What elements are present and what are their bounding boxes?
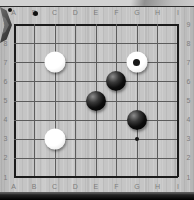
coord-top-G: G bbox=[131, 8, 143, 17]
grid-line bbox=[14, 176, 179, 178]
coord-left-4: 4 bbox=[1, 115, 10, 124]
coord-right-5: 5 bbox=[184, 96, 193, 105]
coord-right-1: 1 bbox=[184, 173, 193, 182]
coord-top-H: H bbox=[151, 8, 163, 17]
coord-left-7: 7 bbox=[1, 58, 10, 67]
grid-line bbox=[14, 158, 179, 159]
coord-bottom-A: A bbox=[8, 182, 20, 191]
coord-left-3: 3 bbox=[1, 134, 10, 143]
grid-line bbox=[157, 24, 158, 177]
stone-white-C3[interactable] bbox=[44, 128, 65, 149]
coord-top-I: I bbox=[172, 8, 184, 17]
coord-right-3: 3 bbox=[184, 134, 193, 143]
coord-bottom-B: B bbox=[28, 182, 40, 191]
coord-left-5: 5 bbox=[1, 96, 10, 105]
stone-white-C7[interactable] bbox=[44, 52, 65, 73]
coord-right-7: 7 bbox=[184, 58, 193, 67]
stone-black-F6[interactable] bbox=[106, 71, 126, 91]
coord-left-1: 1 bbox=[1, 173, 10, 182]
bottom-bar bbox=[0, 192, 194, 200]
stone-black-E5[interactable] bbox=[86, 91, 106, 111]
star-point-G3 bbox=[135, 137, 139, 141]
coord-bottom-I: I bbox=[172, 182, 184, 191]
coord-bottom-E: E bbox=[90, 182, 102, 191]
top-margin bbox=[0, 0, 194, 7]
coord-bottom-G: G bbox=[131, 182, 143, 191]
background-sheen bbox=[104, 0, 194, 6]
coord-bottom-D: D bbox=[69, 182, 81, 191]
coord-right-6: 6 bbox=[184, 77, 193, 86]
stone-white-G7[interactable] bbox=[126, 52, 147, 73]
coord-left-2: 2 bbox=[1, 153, 10, 162]
corner-dot-icon bbox=[33, 11, 38, 16]
grid-line bbox=[137, 24, 138, 177]
coord-bottom-H: H bbox=[151, 182, 163, 191]
coord-right-8: 8 bbox=[184, 39, 193, 48]
coord-bottom-C: C bbox=[49, 182, 61, 191]
grid-line bbox=[14, 120, 179, 121]
coord-bottom-F: F bbox=[110, 182, 122, 191]
coord-top-C: C bbox=[49, 8, 61, 17]
coord-right-2: 2 bbox=[184, 153, 193, 162]
grid-line bbox=[177, 24, 179, 177]
grid-line bbox=[14, 139, 179, 140]
coord-right-9: 9 bbox=[184, 20, 193, 29]
stone-black-G4[interactable] bbox=[127, 110, 147, 130]
grid-line bbox=[116, 24, 117, 177]
last-move-marker-icon bbox=[133, 59, 140, 66]
coord-top-D: D bbox=[69, 8, 81, 17]
go-app-screen: AABBCCDDEEFFGGHHII998877665544332211 bbox=[0, 0, 194, 200]
coord-left-6: 6 bbox=[1, 77, 10, 86]
coord-top-F: F bbox=[110, 8, 122, 17]
coord-right-4: 4 bbox=[184, 115, 193, 124]
corner-dot-icon bbox=[8, 8, 12, 12]
coord-top-E: E bbox=[90, 8, 102, 17]
